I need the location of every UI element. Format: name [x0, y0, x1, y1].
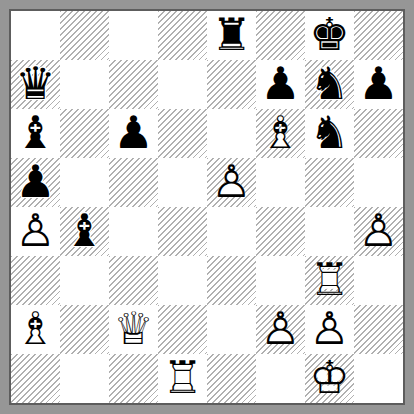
square-h1[interactable] — [354, 354, 403, 403]
square-a2[interactable]: ♝♗ — [11, 305, 60, 354]
white-pawn-icon: ♙ — [354, 207, 403, 256]
square-g7[interactable]: ♞ — [305, 60, 354, 109]
square-d1[interactable]: ♜♖ — [158, 354, 207, 403]
piece-white-queen: ♛♕ — [109, 305, 158, 354]
square-c7[interactable] — [109, 60, 158, 109]
square-a8[interactable] — [11, 11, 60, 60]
piece-black-king: ♚ — [305, 11, 354, 60]
square-g8[interactable]: ♚ — [305, 11, 354, 60]
square-e8[interactable]: ♜ — [207, 11, 256, 60]
chess-board-frame: ♜♚♛♟♞♟♝♟♝♗♞♟♟♙♟♙♝♟♙♜♖♝♗♛♕♟♙♟♙♜♖♚♔ — [0, 0, 414, 414]
square-b5[interactable] — [60, 158, 109, 207]
piece-white-bishop: ♝♗ — [256, 109, 305, 158]
piece-white-pawn: ♟♙ — [305, 305, 354, 354]
black-bishop-icon: ♝ — [60, 207, 109, 256]
black-king-icon: ♚ — [305, 11, 354, 60]
piece-white-pawn: ♟♙ — [354, 207, 403, 256]
square-f1[interactable] — [256, 354, 305, 403]
square-b3[interactable] — [60, 256, 109, 305]
square-b4[interactable]: ♝ — [60, 207, 109, 256]
piece-black-pawn: ♟ — [354, 60, 403, 109]
square-g1[interactable]: ♚♔ — [305, 354, 354, 403]
square-a1[interactable] — [11, 354, 60, 403]
piece-white-pawn: ♟♙ — [207, 158, 256, 207]
square-h3[interactable] — [354, 256, 403, 305]
square-d8[interactable] — [158, 11, 207, 60]
black-bishop-icon: ♝ — [11, 109, 60, 158]
square-d6[interactable] — [158, 109, 207, 158]
square-d2[interactable] — [158, 305, 207, 354]
square-f3[interactable] — [256, 256, 305, 305]
square-c4[interactable] — [109, 207, 158, 256]
white-pawn-icon: ♙ — [11, 207, 60, 256]
black-queen-icon: ♛ — [11, 60, 60, 109]
square-h8[interactable] — [354, 11, 403, 60]
square-d4[interactable] — [158, 207, 207, 256]
square-h7[interactable]: ♟ — [354, 60, 403, 109]
black-pawn-icon: ♟ — [109, 109, 158, 158]
board-rim: ♜♚♛♟♞♟♝♟♝♗♞♟♟♙♟♙♝♟♙♜♖♝♗♛♕♟♙♟♙♜♖♚♔ — [9, 9, 405, 405]
square-g2[interactable]: ♟♙ — [305, 305, 354, 354]
square-b7[interactable] — [60, 60, 109, 109]
white-queen-icon: ♕ — [109, 305, 158, 354]
white-rook-icon: ♖ — [158, 354, 207, 403]
square-e4[interactable] — [207, 207, 256, 256]
white-pawn-icon: ♙ — [256, 305, 305, 354]
square-f7[interactable]: ♟ — [256, 60, 305, 109]
square-d5[interactable] — [158, 158, 207, 207]
white-rook-icon: ♖ — [305, 256, 354, 305]
white-pawn-icon: ♙ — [207, 158, 256, 207]
white-king-icon: ♔ — [305, 354, 354, 403]
square-c3[interactable] — [109, 256, 158, 305]
square-g6[interactable]: ♞ — [305, 109, 354, 158]
piece-black-pawn: ♟ — [109, 109, 158, 158]
square-f6[interactable]: ♝♗ — [256, 109, 305, 158]
piece-white-pawn: ♟♙ — [256, 305, 305, 354]
piece-white-rook: ♜♖ — [158, 354, 207, 403]
square-g3[interactable]: ♜♖ — [305, 256, 354, 305]
square-f5[interactable] — [256, 158, 305, 207]
square-b1[interactable] — [60, 354, 109, 403]
black-pawn-icon: ♟ — [354, 60, 403, 109]
white-pawn-icon: ♙ — [305, 305, 354, 354]
black-knight-icon: ♞ — [305, 60, 354, 109]
square-h5[interactable] — [354, 158, 403, 207]
square-c5[interactable] — [109, 158, 158, 207]
square-e2[interactable] — [207, 305, 256, 354]
piece-black-knight: ♞ — [305, 109, 354, 158]
square-e1[interactable] — [207, 354, 256, 403]
piece-black-rook: ♜ — [207, 11, 256, 60]
black-rook-icon: ♜ — [207, 11, 256, 60]
white-bishop-icon: ♗ — [256, 109, 305, 158]
square-f8[interactable] — [256, 11, 305, 60]
black-pawn-icon: ♟ — [256, 60, 305, 109]
square-b8[interactable] — [60, 11, 109, 60]
piece-white-pawn: ♟♙ — [11, 207, 60, 256]
square-f2[interactable]: ♟♙ — [256, 305, 305, 354]
square-h2[interactable] — [354, 305, 403, 354]
square-h4[interactable]: ♟♙ — [354, 207, 403, 256]
square-a3[interactable] — [11, 256, 60, 305]
square-c2[interactable]: ♛♕ — [109, 305, 158, 354]
piece-black-pawn: ♟ — [11, 158, 60, 207]
square-c1[interactable] — [109, 354, 158, 403]
piece-black-pawn: ♟ — [256, 60, 305, 109]
square-c8[interactable] — [109, 11, 158, 60]
white-bishop-icon: ♗ — [11, 305, 60, 354]
piece-white-king: ♚♔ — [305, 354, 354, 403]
piece-white-bishop: ♝♗ — [11, 305, 60, 354]
square-f4[interactable] — [256, 207, 305, 256]
square-e7[interactable] — [207, 60, 256, 109]
square-h6[interactable] — [354, 109, 403, 158]
piece-black-knight: ♞ — [305, 60, 354, 109]
black-pawn-icon: ♟ — [11, 158, 60, 207]
square-a4[interactable]: ♟♙ — [11, 207, 60, 256]
piece-white-rook: ♜♖ — [305, 256, 354, 305]
square-e3[interactable] — [207, 256, 256, 305]
chess-board: ♜♚♛♟♞♟♝♟♝♗♞♟♟♙♟♙♝♟♙♜♖♝♗♛♕♟♙♟♙♜♖♚♔ — [11, 11, 403, 403]
square-e6[interactable] — [207, 109, 256, 158]
square-e5[interactable]: ♟♙ — [207, 158, 256, 207]
square-g5[interactable] — [305, 158, 354, 207]
square-a5[interactable]: ♟ — [11, 158, 60, 207]
black-knight-icon: ♞ — [305, 109, 354, 158]
piece-black-bishop: ♝ — [60, 207, 109, 256]
square-g4[interactable] — [305, 207, 354, 256]
piece-black-queen: ♛ — [11, 60, 60, 109]
square-c6[interactable]: ♟ — [109, 109, 158, 158]
square-a7[interactable]: ♛ — [11, 60, 60, 109]
square-d7[interactable] — [158, 60, 207, 109]
square-b6[interactable] — [60, 109, 109, 158]
square-b2[interactable] — [60, 305, 109, 354]
piece-black-bishop: ♝ — [11, 109, 60, 158]
square-a6[interactable]: ♝ — [11, 109, 60, 158]
square-d3[interactable] — [158, 256, 207, 305]
